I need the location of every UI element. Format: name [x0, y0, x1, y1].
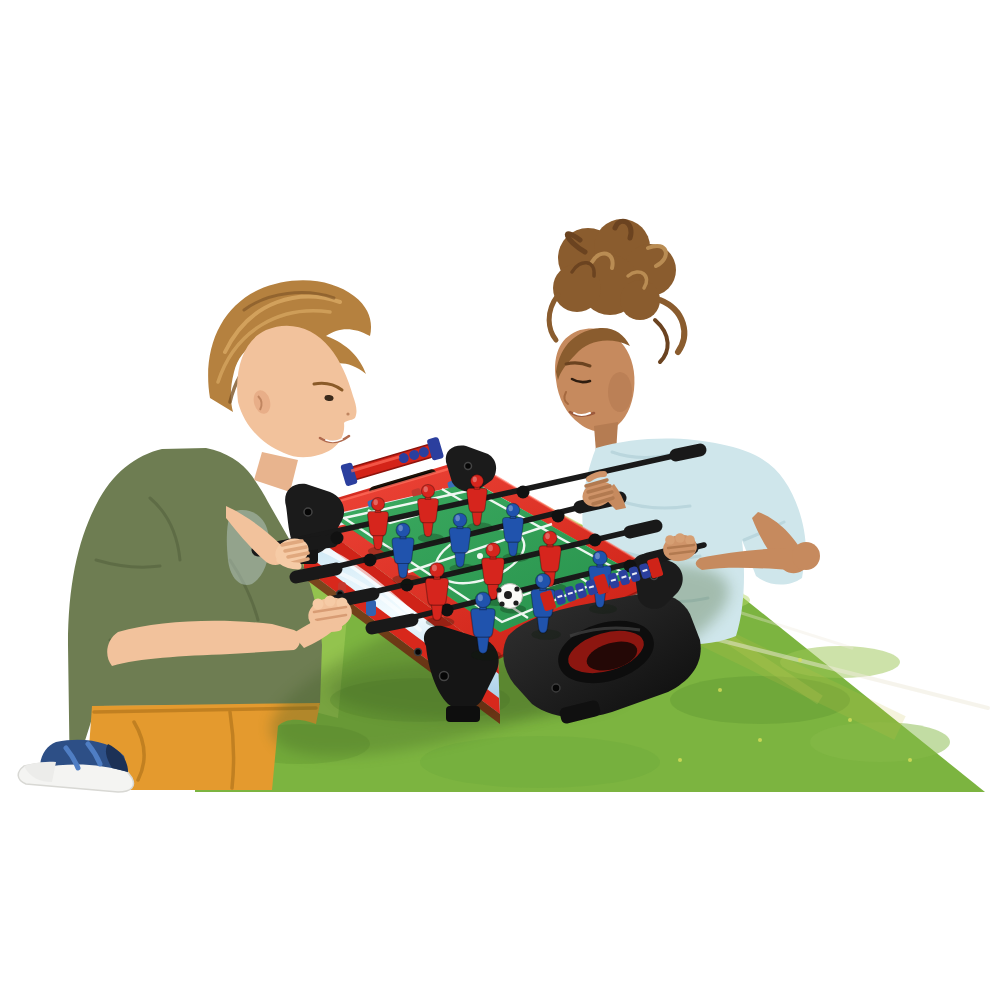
- screw: [415, 649, 422, 656]
- rod-2-handle[interactable]: [296, 569, 336, 577]
- screw: [465, 463, 472, 470]
- screw: [552, 684, 560, 692]
- rod-1-knob[interactable]: [676, 450, 700, 455]
- rod-3-knob[interactable]: [630, 526, 656, 532]
- rod-4-handle[interactable]: [372, 620, 412, 628]
- screw: [440, 672, 449, 681]
- screw: [304, 508, 312, 516]
- scene: [0, 0, 1000, 1000]
- photo-canvas: [0, 0, 1000, 1000]
